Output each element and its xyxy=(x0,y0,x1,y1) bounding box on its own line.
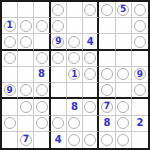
odd-circle-marker xyxy=(117,68,129,80)
cell-r6c4[interactable] xyxy=(51,83,67,99)
odd-circle-marker xyxy=(36,52,48,64)
odd-circle-marker-with-given: 5 xyxy=(117,4,129,16)
odd-circle-marker xyxy=(52,20,64,32)
cell-r5c7[interactable] xyxy=(99,67,115,83)
cell-r7c6[interactable] xyxy=(83,99,99,115)
given-digit: 7 xyxy=(104,102,110,111)
cell-r4c6[interactable] xyxy=(83,51,99,67)
odd-circle-marker xyxy=(134,4,146,16)
cell-r3c8[interactable] xyxy=(116,34,132,50)
cell-r2c3[interactable] xyxy=(34,18,50,34)
odd-circle-marker xyxy=(68,52,80,64)
cell-r5c3[interactable]: 8 xyxy=(34,67,50,83)
cell-r3c3[interactable] xyxy=(34,34,50,50)
cell-r8c7[interactable]: 8 xyxy=(99,116,115,132)
odd-circle-marker xyxy=(134,36,146,48)
cell-r3c5[interactable] xyxy=(67,34,83,50)
odd-circle-marker xyxy=(134,84,146,96)
cell-r9c4[interactable]: 4 xyxy=(51,132,67,148)
cell-r3c7[interactable] xyxy=(99,34,115,50)
odd-circle-marker xyxy=(36,84,48,96)
cell-r1c5[interactable] xyxy=(67,2,83,18)
cell-r9c7[interactable] xyxy=(99,132,115,148)
odd-circle-marker xyxy=(20,101,32,113)
given-digit: 8 xyxy=(38,69,45,79)
cell-r9c2[interactable]: 7 xyxy=(18,132,34,148)
cell-r1c4[interactable] xyxy=(51,2,67,18)
odd-circle-marker xyxy=(134,20,146,32)
cell-r2c4[interactable] xyxy=(51,18,67,34)
odd-circle-marker xyxy=(36,101,48,113)
cell-r2c9[interactable] xyxy=(132,18,148,34)
odd-circle-marker xyxy=(20,20,32,32)
odd-circle-marker xyxy=(52,117,64,129)
cell-r6c9[interactable] xyxy=(132,83,148,99)
odd-circle-marker-with-given: 9 xyxy=(134,68,146,80)
odd-circle-marker xyxy=(101,4,113,16)
cell-r7c2[interactable] xyxy=(18,99,34,115)
cell-r6c3[interactable] xyxy=(34,83,50,99)
cell-r4c1[interactable] xyxy=(2,51,18,67)
given-digit: 2 xyxy=(136,118,143,128)
odd-circle-marker xyxy=(117,134,129,146)
cell-r5c1[interactable] xyxy=(2,67,18,83)
cell-r7c5[interactable]: 8 xyxy=(67,99,83,115)
given-digit: 8 xyxy=(71,102,78,112)
given-digit: 4 xyxy=(87,37,94,47)
cell-r6c8[interactable] xyxy=(116,83,132,99)
odd-circle-marker xyxy=(68,36,80,48)
cell-r3c2[interactable] xyxy=(18,34,34,50)
odd-circle-marker xyxy=(84,4,96,16)
odd-circle-marker xyxy=(68,134,80,146)
cell-r3c6[interactable]: 4 xyxy=(83,34,99,50)
cell-r7c3[interactable] xyxy=(34,99,50,115)
cell-r7c4[interactable] xyxy=(51,99,67,115)
odd-circle-marker xyxy=(4,52,16,64)
cell-r8c2[interactable] xyxy=(18,116,34,132)
given-digit: 1 xyxy=(6,21,12,30)
odd-circle-marker xyxy=(84,68,96,80)
odd-circle-marker xyxy=(84,52,96,64)
odd-circle-marker xyxy=(101,68,113,80)
odd-circle-marker xyxy=(20,84,32,96)
cell-r4c5[interactable] xyxy=(67,51,83,67)
odd-circle-marker xyxy=(117,117,129,129)
given-digit: 5 xyxy=(120,5,126,14)
odd-circle-marker xyxy=(20,36,32,48)
odd-circle-marker-with-given: 7 xyxy=(101,101,113,113)
odd-circle-marker xyxy=(36,117,48,129)
cell-r4c7[interactable] xyxy=(99,51,115,67)
odd-circle-marker xyxy=(84,134,96,146)
given-digit: 9 xyxy=(6,86,12,95)
cell-r5c2[interactable] xyxy=(18,67,34,83)
given-digit: 9 xyxy=(137,70,143,79)
cell-r2c7[interactable] xyxy=(99,18,115,34)
cell-r1c2[interactable] xyxy=(18,2,34,18)
cell-r9c1[interactable] xyxy=(2,132,18,148)
odd-circle-marker xyxy=(4,117,16,129)
odd-circle-marker xyxy=(36,20,48,32)
cell-r1c3[interactable] xyxy=(34,2,50,18)
cell-r7c8[interactable] xyxy=(116,99,132,115)
cell-r5c4[interactable] xyxy=(51,67,67,83)
odd-circle-marker xyxy=(4,36,16,48)
given-digit: 4 xyxy=(55,135,62,145)
odd-circle-marker xyxy=(68,117,80,129)
odd-circle-marker xyxy=(52,4,64,16)
cell-r7c7[interactable]: 7 xyxy=(99,99,115,115)
cell-r8c3[interactable] xyxy=(34,116,50,132)
cell-r9c5[interactable] xyxy=(67,132,83,148)
cell-r7c9[interactable] xyxy=(132,99,148,115)
cell-r8c5[interactable] xyxy=(67,116,83,132)
given-digit: 8 xyxy=(103,118,110,128)
cell-r6c5[interactable] xyxy=(67,83,83,99)
cell-r2c6[interactable] xyxy=(83,18,99,34)
cell-r9c6[interactable] xyxy=(83,132,99,148)
sudoku-board: 51948199878274 xyxy=(0,0,150,150)
cell-r3c4[interactable]: 9 xyxy=(51,34,67,50)
cell-r2c2[interactable] xyxy=(18,18,34,34)
cell-r8c9[interactable]: 2 xyxy=(132,116,148,132)
cell-r6c6[interactable] xyxy=(83,83,99,99)
cell-r3c1[interactable] xyxy=(2,34,18,50)
odd-circle-marker xyxy=(101,84,113,96)
cell-r5c5[interactable]: 1 xyxy=(67,67,83,83)
odd-circle-marker-with-given: 9 xyxy=(4,84,16,96)
cell-r7c1[interactable] xyxy=(2,99,18,115)
odd-circle-marker-with-given: 1 xyxy=(68,68,80,80)
cell-r9c3[interactable] xyxy=(34,132,50,148)
cell-r6c7[interactable] xyxy=(99,83,115,99)
given-digit: 1 xyxy=(71,70,77,79)
cell-r4c4[interactable] xyxy=(51,51,67,67)
odd-circle-marker xyxy=(84,101,96,113)
cell-r6c2[interactable] xyxy=(18,83,34,99)
cell-r9c9[interactable] xyxy=(132,132,148,148)
cell-r4c9[interactable] xyxy=(132,51,148,67)
cell-r1c1[interactable] xyxy=(2,2,18,18)
cell-r8c8[interactable] xyxy=(116,116,132,132)
cell-r6c1[interactable]: 9 xyxy=(2,83,18,99)
cell-r8c4[interactable] xyxy=(51,116,67,132)
cell-r4c8[interactable] xyxy=(116,51,132,67)
given-digit: 9 xyxy=(55,37,61,46)
odd-circle-marker-with-given: 1 xyxy=(4,20,16,32)
cell-r2c1[interactable]: 1 xyxy=(2,18,18,34)
cell-r1c8[interactable]: 5 xyxy=(116,2,132,18)
given-digit: 7 xyxy=(23,135,29,144)
cell-r4c2[interactable] xyxy=(18,51,34,67)
odd-circle-marker xyxy=(52,52,64,64)
cell-r1c6[interactable] xyxy=(83,2,99,18)
cell-r3c9[interactable] xyxy=(132,34,148,50)
cell-r5c8[interactable] xyxy=(116,67,132,83)
odd-circle-marker xyxy=(117,101,129,113)
cell-r2c8[interactable] xyxy=(116,18,132,34)
cell-r5c9[interactable]: 9 xyxy=(132,67,148,83)
cell-r5c6[interactable] xyxy=(83,67,99,83)
cell-r1c7[interactable] xyxy=(99,2,115,18)
cell-r8c6[interactable] xyxy=(83,116,99,132)
cell-r1c9[interactable] xyxy=(132,2,148,18)
odd-circle-marker xyxy=(101,134,113,146)
cell-r2c5[interactable] xyxy=(67,18,83,34)
cell-r8c1[interactable] xyxy=(2,116,18,132)
cell-r9c8[interactable] xyxy=(116,132,132,148)
cell-r4c3[interactable] xyxy=(34,51,50,67)
odd-circle-marker-with-given: 9 xyxy=(52,36,64,48)
odd-circle-marker-with-given: 7 xyxy=(20,134,32,146)
